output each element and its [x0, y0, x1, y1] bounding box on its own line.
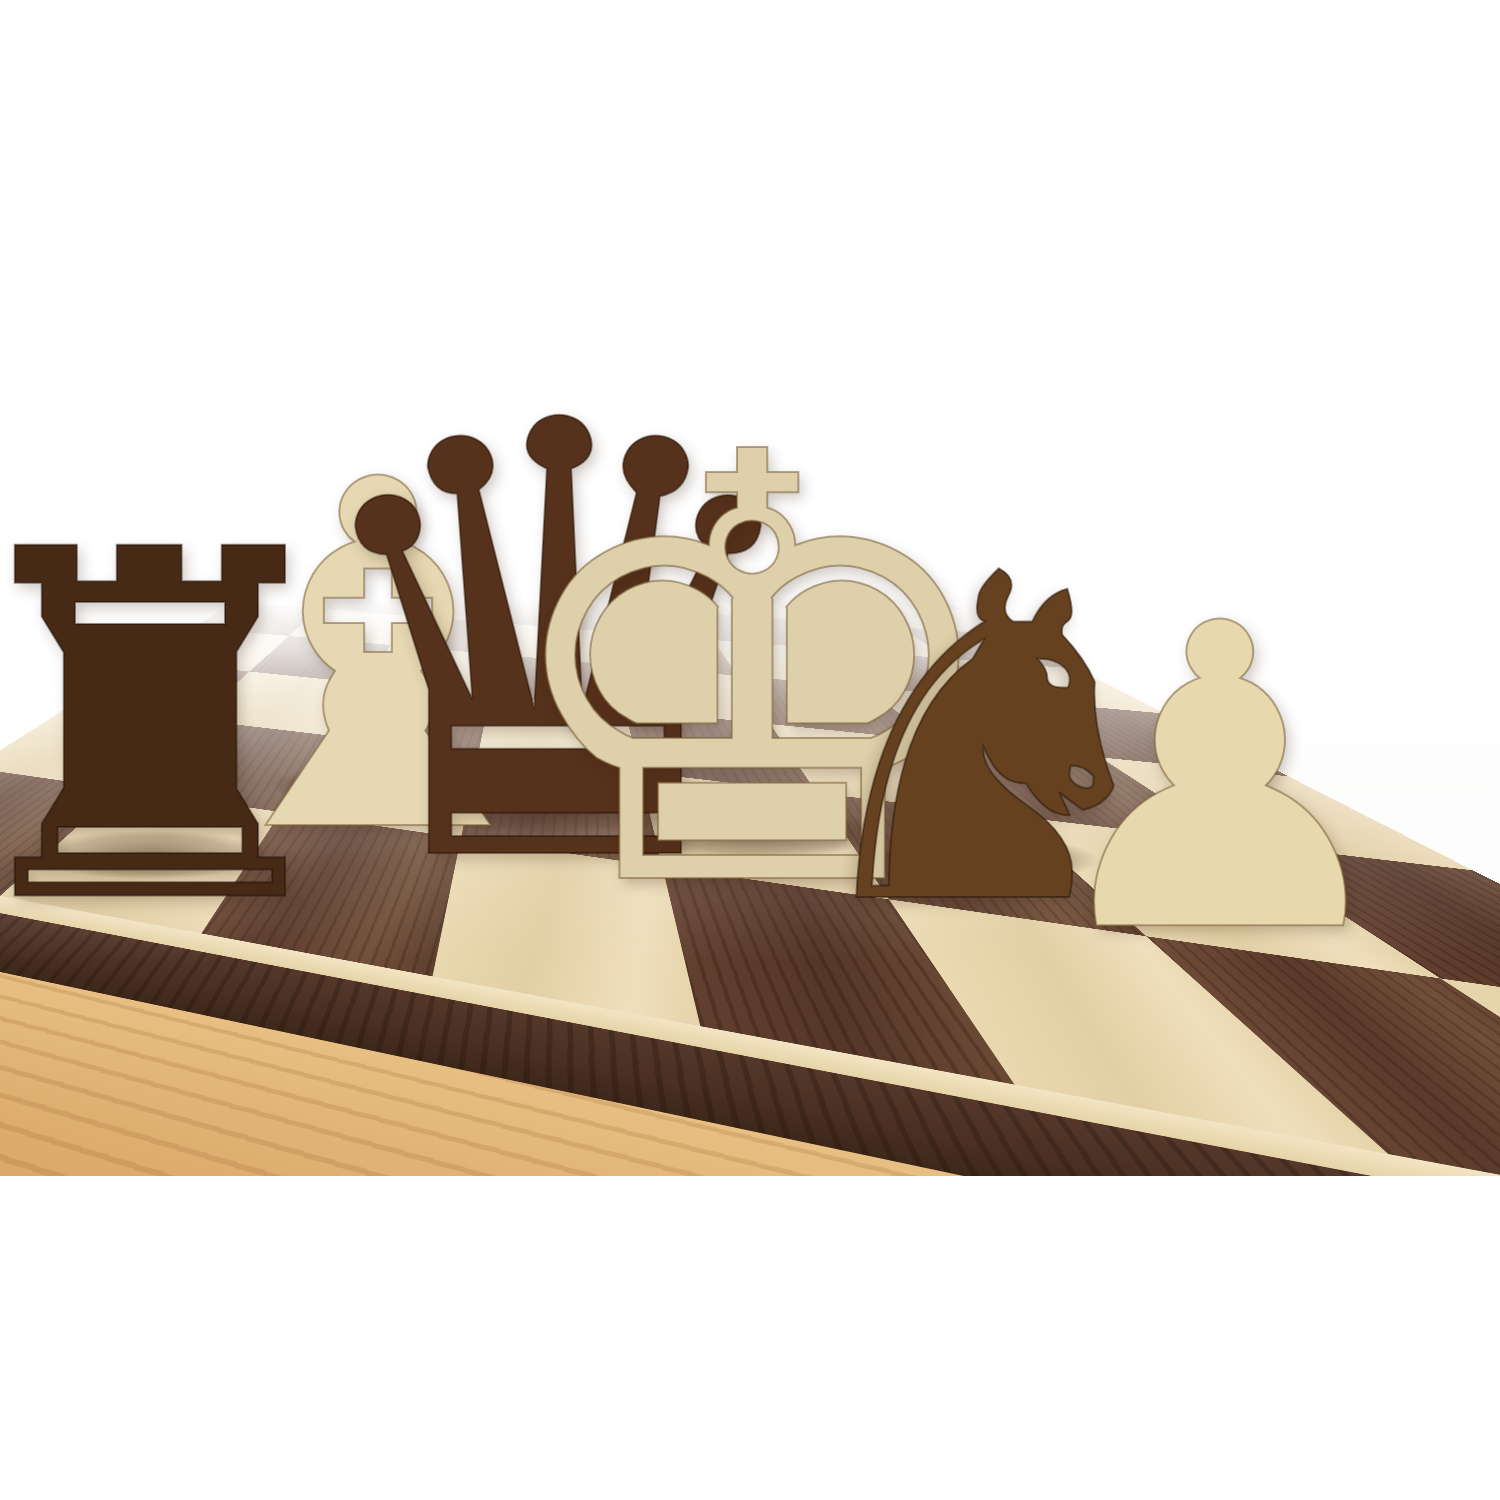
photo-bottom-crop [0, 1176, 1500, 1500]
scene: ♜♝♛♚♞♟ [0, 0, 1500, 1500]
piece-white-pawn: ♟ [1032, 570, 1409, 990]
